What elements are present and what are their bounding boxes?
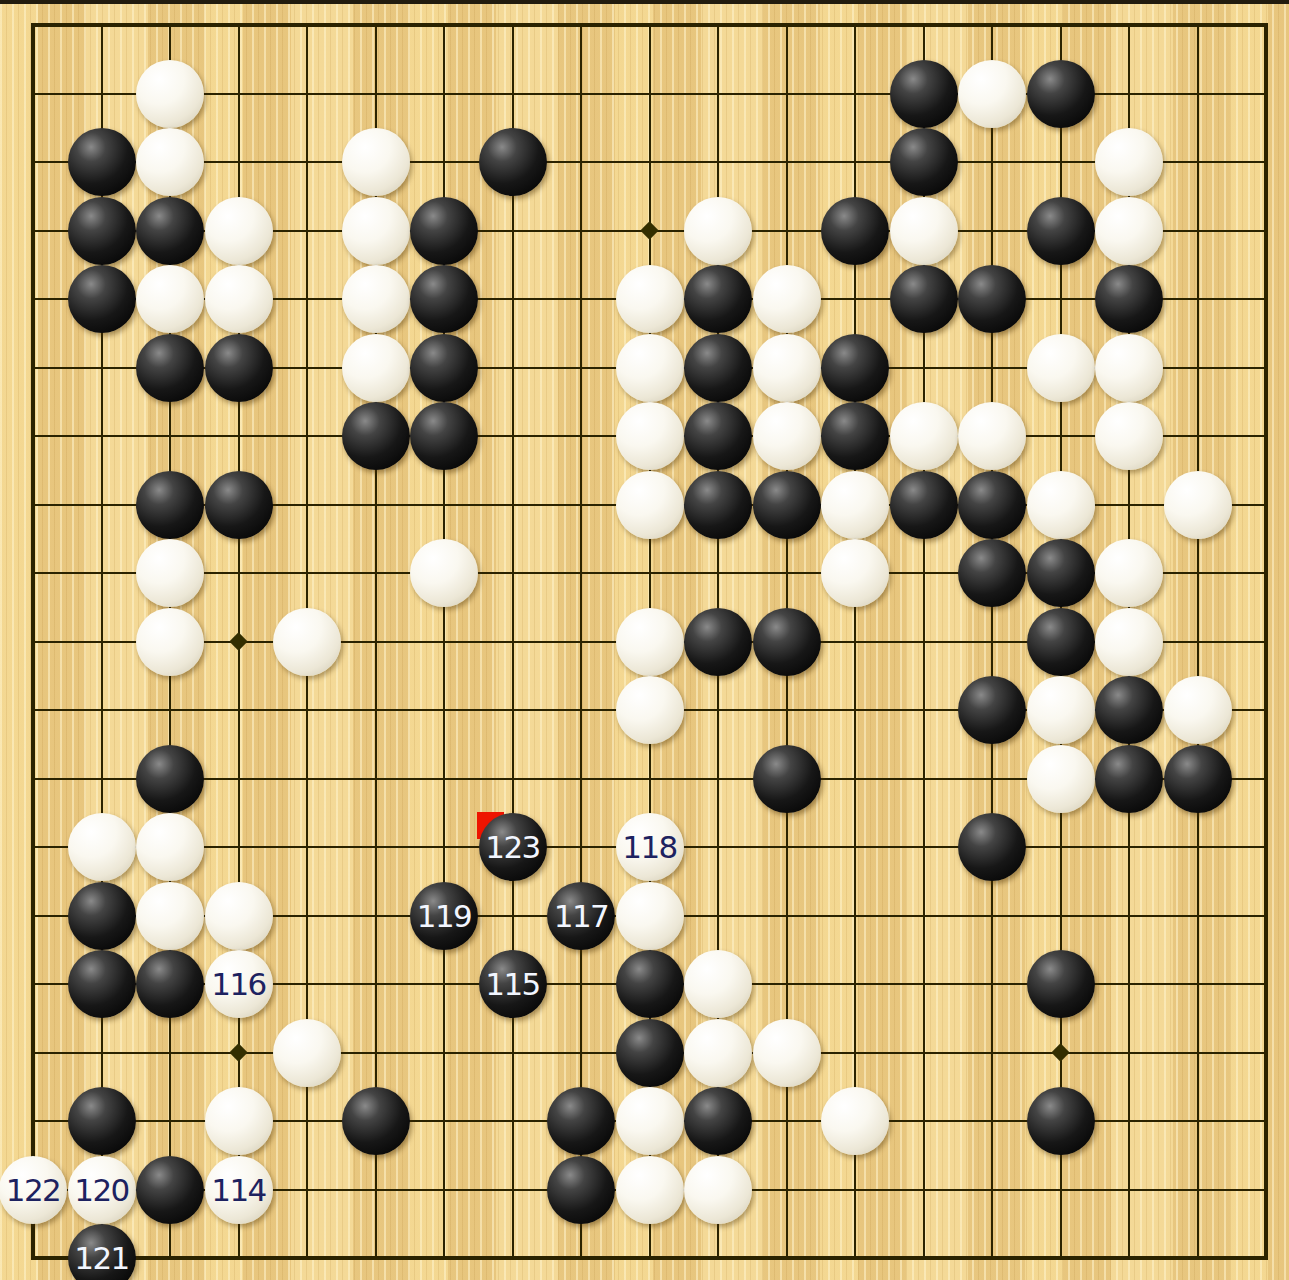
- stone-white: [1095, 608, 1163, 676]
- stone-white: [616, 265, 684, 333]
- stone-black: [410, 265, 478, 333]
- stone-black: [958, 813, 1026, 881]
- stone-white: [1027, 334, 1095, 402]
- stone-black: [1095, 745, 1163, 813]
- stone-black: [68, 950, 136, 1018]
- stone-black: [821, 334, 889, 402]
- stone-black: [68, 197, 136, 265]
- stone-white: [684, 197, 752, 265]
- stone-black: [68, 265, 136, 333]
- grid-line-vertical: [991, 23, 993, 1260]
- stone-black: [1095, 265, 1163, 333]
- stone-white: [821, 1087, 889, 1155]
- move-number-label: 117: [554, 882, 609, 950]
- stone-black: [616, 1019, 684, 1087]
- move-number-label: 114: [211, 1156, 266, 1224]
- stone-white: [410, 539, 478, 607]
- stone-white: [616, 334, 684, 402]
- stone-black: [205, 334, 273, 402]
- move-117-stone-black: 117: [547, 882, 615, 950]
- stone-white: [68, 813, 136, 881]
- stone-white: [753, 1019, 821, 1087]
- stone-white: [342, 334, 410, 402]
- grid-line-horizontal: [31, 1256, 1268, 1260]
- stone-white: [136, 813, 204, 881]
- stone-white: [205, 197, 273, 265]
- stone-white: [616, 1087, 684, 1155]
- stone-white: [136, 882, 204, 950]
- stone-black: [821, 402, 889, 470]
- move-118-stone-white: 118: [616, 813, 684, 881]
- stone-white: [1164, 676, 1232, 744]
- move-119-stone-black: 119: [410, 882, 478, 950]
- stone-black: [1027, 1087, 1095, 1155]
- move-116-stone-white: 116: [205, 950, 273, 1018]
- stone-white: [136, 60, 204, 128]
- stone-white: [136, 608, 204, 676]
- stone-black: [342, 402, 410, 470]
- stone-white: [1027, 676, 1095, 744]
- stone-white: [136, 539, 204, 607]
- stone-black: [479, 128, 547, 196]
- stone-white: [616, 402, 684, 470]
- stone-black: [205, 471, 273, 539]
- move-number-label: 115: [485, 950, 540, 1018]
- stone-white: [890, 402, 958, 470]
- stone-black: [684, 1087, 752, 1155]
- stone-white: [616, 676, 684, 744]
- hoshi-point: [640, 221, 658, 239]
- stone-white: [616, 882, 684, 950]
- stone-black: [890, 60, 958, 128]
- stone-white: [684, 1019, 752, 1087]
- go-game-screenshot: 123118119117116115122120114121: [0, 0, 1289, 1280]
- stone-white: [273, 608, 341, 676]
- stone-white: [136, 265, 204, 333]
- move-number-label: 122: [6, 1156, 61, 1224]
- stone-white: [958, 402, 1026, 470]
- stone-black: [684, 265, 752, 333]
- stone-black: [1027, 539, 1095, 607]
- stone-black: [753, 471, 821, 539]
- move-121-stone-black: 121: [68, 1224, 136, 1280]
- move-number-label: 119: [417, 882, 472, 950]
- stone-black: [1164, 745, 1232, 813]
- grid-line-vertical: [1264, 23, 1268, 1260]
- move-122-stone-white: 122: [0, 1156, 67, 1224]
- stone-white: [684, 1156, 752, 1224]
- stone-black: [890, 471, 958, 539]
- stone-white: [205, 1087, 273, 1155]
- stone-white: [1095, 402, 1163, 470]
- stone-white: [342, 197, 410, 265]
- stone-white: [342, 265, 410, 333]
- stone-black: [136, 950, 204, 1018]
- stone-white: [616, 1156, 684, 1224]
- stone-black: [890, 265, 958, 333]
- stone-white: [753, 402, 821, 470]
- stone-white: [1095, 539, 1163, 607]
- move-number-label: 121: [74, 1224, 129, 1280]
- stone-black: [410, 197, 478, 265]
- hoshi-point: [229, 632, 247, 650]
- stone-white: [616, 471, 684, 539]
- stone-black: [68, 1087, 136, 1155]
- stone-white: [821, 539, 889, 607]
- stone-black: [616, 950, 684, 1018]
- stone-black: [684, 402, 752, 470]
- stone-white: [753, 334, 821, 402]
- stone-white: [616, 608, 684, 676]
- stone-black: [684, 334, 752, 402]
- stone-black: [1027, 608, 1095, 676]
- stone-black: [958, 265, 1026, 333]
- stone-black: [547, 1087, 615, 1155]
- stone-black: [68, 882, 136, 950]
- move-120-stone-white: 120: [68, 1156, 136, 1224]
- stone-black: [684, 608, 752, 676]
- stone-black: [136, 334, 204, 402]
- stone-black: [821, 197, 889, 265]
- stone-white: [342, 128, 410, 196]
- stone-white: [890, 197, 958, 265]
- stone-white: [1027, 745, 1095, 813]
- move-123-stone-black: 123: [479, 813, 547, 881]
- stone-black: [958, 471, 1026, 539]
- stone-white: [1095, 197, 1163, 265]
- stone-black: [1027, 950, 1095, 1018]
- stone-white: [1164, 471, 1232, 539]
- stone-white: [684, 950, 752, 1018]
- stone-black: [342, 1087, 410, 1155]
- stone-black: [958, 676, 1026, 744]
- stone-black: [136, 471, 204, 539]
- move-number-label: 116: [211, 950, 266, 1018]
- hoshi-point: [229, 1043, 247, 1061]
- stone-black: [136, 745, 204, 813]
- stone-black: [753, 608, 821, 676]
- stone-white: [273, 1019, 341, 1087]
- move-115-stone-black: 115: [479, 950, 547, 1018]
- window-top-edge: [0, 0, 1289, 4]
- stone-white: [1095, 128, 1163, 196]
- stone-black: [753, 745, 821, 813]
- grid-line-vertical: [1197, 23, 1199, 1260]
- move-number-label: 118: [622, 813, 677, 881]
- stone-white: [958, 60, 1026, 128]
- go-board[interactable]: 123118119117116115122120114121: [0, 0, 1289, 1280]
- stone-black: [890, 128, 958, 196]
- stone-black: [136, 197, 204, 265]
- hoshi-point: [1051, 1043, 1069, 1061]
- stone-black: [1027, 60, 1095, 128]
- stone-white: [136, 128, 204, 196]
- stone-black: [410, 402, 478, 470]
- stone-white: [753, 265, 821, 333]
- stone-black: [958, 539, 1026, 607]
- stone-black: [410, 334, 478, 402]
- stone-black: [1027, 197, 1095, 265]
- stone-black: [68, 128, 136, 196]
- stone-black: [684, 471, 752, 539]
- move-number-label: 123: [485, 813, 540, 881]
- stone-white: [205, 265, 273, 333]
- stone-white: [205, 882, 273, 950]
- stone-black: [1095, 676, 1163, 744]
- move-114-stone-white: 114: [205, 1156, 273, 1224]
- stone-black: [136, 1156, 204, 1224]
- stone-white: [1095, 334, 1163, 402]
- stone-white: [821, 471, 889, 539]
- stone-black: [547, 1156, 615, 1224]
- move-number-label: 120: [74, 1156, 129, 1224]
- stone-white: [1027, 471, 1095, 539]
